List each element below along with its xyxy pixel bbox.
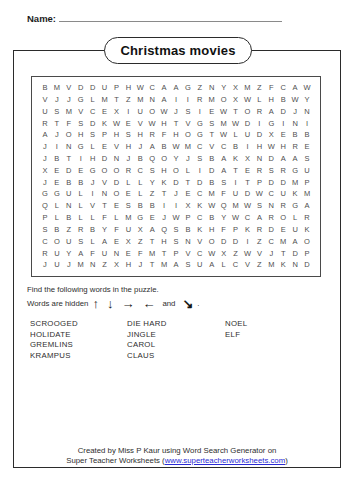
grid-cell: P [182, 212, 194, 224]
grid-cell: W [242, 200, 254, 212]
grid-cell: D [277, 106, 289, 118]
grid-cell: C [194, 212, 206, 224]
worksheet-page: Name: Christmas movies BMVDDUPHWCAAGZNYX… [0, 0, 353, 500]
footer-credit-line: Created by Miss P Kaur using Word Search… [13, 446, 341, 456]
grid-cell: E [110, 236, 122, 248]
grid-cell: W [289, 94, 301, 106]
grid-cell: T [230, 165, 242, 177]
grid-cell: O [158, 153, 170, 165]
grid-cell: T [99, 200, 111, 212]
grid-cell: Q [218, 200, 230, 212]
grid-cell: K [230, 153, 242, 165]
grid-cell: R [39, 247, 51, 259]
grid-cell: X [39, 165, 51, 177]
title-pill: Christmas movies [104, 37, 252, 64]
grid-cell: A [277, 153, 289, 165]
grid-cell: W [253, 188, 265, 200]
grid-cell: W [158, 106, 170, 118]
grid-cell: N [63, 200, 75, 212]
grid-cell: T [206, 129, 218, 141]
grid-cell: E [301, 141, 313, 153]
grid-cell: G [39, 188, 51, 200]
word-list-col-3: NOELELF [225, 320, 247, 341]
grid-cell: S [182, 259, 194, 271]
grid-cell: T [63, 153, 75, 165]
grid-cell: V [63, 82, 75, 94]
arrow-left-icon: ← [142, 297, 155, 310]
grid-cell: B [206, 177, 218, 189]
grid-cell: T [146, 236, 158, 248]
grid-cell: I [194, 106, 206, 118]
grid-cell: R [253, 165, 265, 177]
grid-cell: A [158, 82, 170, 94]
grid-cell: M [134, 94, 146, 106]
grid-cell: S [218, 177, 230, 189]
instructions-period: . [197, 299, 199, 308]
grid-cell: D [301, 259, 313, 271]
grid-cell: O [301, 236, 313, 248]
grid-cell: J [63, 94, 75, 106]
grid-cell: L [230, 129, 242, 141]
grid-cell: N [289, 259, 301, 271]
instructions-line2: Words are hidden ↑ ↓ → ← and ↘ . [27, 296, 200, 311]
grid-cell: O [146, 106, 158, 118]
grid-cell: D [99, 153, 111, 165]
arrow-right-icon: → [121, 297, 134, 310]
grid-cell: C [230, 259, 242, 271]
grid-cell: B [63, 177, 75, 189]
grid-cell: D [265, 224, 277, 236]
grid-cell: I [51, 141, 63, 153]
grid-cell: S [122, 129, 134, 141]
grid-cell: O [110, 188, 122, 200]
website-link[interactable]: www.superteacherworksheets.com [165, 456, 285, 465]
grid-cell: A [289, 236, 301, 248]
grid-cell: U [301, 165, 313, 177]
grid-cell: W [110, 117, 122, 129]
grid-cell: A [301, 200, 313, 212]
grid-cell: M [218, 117, 230, 129]
grid-cell: B [63, 212, 75, 224]
grid-cell: C [265, 236, 277, 248]
grid-cell: L [87, 141, 99, 153]
grid-cell: A [253, 212, 265, 224]
grid-cell: U [63, 236, 75, 248]
grid-cell: V [182, 117, 194, 129]
grid-cell: M [242, 82, 254, 94]
grid-cell: P [99, 129, 111, 141]
grid-cell: H [277, 141, 289, 153]
grid-cell: S [206, 117, 218, 129]
grid-cell: O [242, 106, 254, 118]
page-title: Christmas movies [120, 43, 235, 58]
grid-cell: G [265, 117, 277, 129]
grid-cell: P [170, 247, 182, 259]
word-list-item: CLAUS [127, 352, 167, 360]
grid-cell: G [182, 82, 194, 94]
word-list-item: CAROL [127, 341, 167, 349]
grid-cell: U [134, 106, 146, 118]
grid-cell: H [170, 129, 182, 141]
grid-cell: O [218, 94, 230, 106]
grid-cell: L [253, 94, 265, 106]
grid-cell: I [194, 165, 206, 177]
grid-cell: W [265, 141, 277, 153]
grid-cell: D [206, 165, 218, 177]
grid-cell: R [39, 117, 51, 129]
grid-cell: H [253, 141, 265, 153]
word-list-col-2: DIE HARDJINGLECAROLCLAUS [127, 320, 167, 362]
grid-cell: U [51, 247, 63, 259]
grid-cell: B [75, 177, 87, 189]
grid-cell: H [206, 224, 218, 236]
grid-cell: A [99, 236, 111, 248]
grid-cell: D [63, 165, 75, 177]
grid-cell: N [182, 236, 194, 248]
grid-cell: M [277, 236, 289, 248]
grid-cell: D [87, 117, 99, 129]
grid-cell: I [253, 117, 265, 129]
grid-cell: G [194, 129, 206, 141]
grid-cell: T [51, 117, 63, 129]
grid-cell: D [265, 177, 277, 189]
grid-cell: Z [253, 82, 265, 94]
grid-cell: R [289, 141, 301, 153]
grid-cell: R [122, 165, 134, 177]
grid-cell: W [134, 82, 146, 94]
grid-cell: Z [134, 236, 146, 248]
grid-cell: A [146, 141, 158, 153]
grid-cell: H [87, 153, 99, 165]
grid-cell: G [134, 212, 146, 224]
grid-cell: R [277, 200, 289, 212]
grid-cell: L [51, 212, 63, 224]
grid-cell: J [134, 141, 146, 153]
grid-cell: E [99, 141, 111, 153]
grid-cell: Z [194, 82, 206, 94]
grid-cell: S [265, 165, 277, 177]
grid-cell: W [230, 117, 242, 129]
grid-cell: R [265, 212, 277, 224]
grid-cell: Q [39, 200, 51, 212]
grid-cell: C [277, 82, 289, 94]
grid-cell: A [289, 153, 301, 165]
grid-cell: V [134, 117, 146, 129]
grid-cell: J [87, 177, 99, 189]
grid-cell: U [51, 259, 63, 271]
grid-cell: M [265, 259, 277, 271]
grid-cell: O [99, 165, 111, 177]
grid-cell: E [277, 224, 289, 236]
grid-cell: W [230, 212, 242, 224]
grid-cell: D [110, 177, 122, 189]
grid-cell: C [194, 141, 206, 153]
grid-cell: V [99, 177, 111, 189]
grid-cell: A [75, 247, 87, 259]
grid-cell: G [289, 165, 301, 177]
grid-cell: Q [146, 153, 158, 165]
grid-cell: D [242, 117, 254, 129]
grid-cell: K [194, 200, 206, 212]
grid-cell: X [218, 247, 230, 259]
grid-cell: W [206, 247, 218, 259]
grid-cell: M [146, 247, 158, 259]
grid-cell: U [289, 224, 301, 236]
grid-cell: K [242, 224, 254, 236]
grid-cell: L [134, 177, 146, 189]
grid-cell: U [122, 224, 134, 236]
name-blank-line[interactable] [59, 13, 282, 22]
arrow-down-right-icon: ↘ [182, 297, 193, 310]
word-list-item: ELF [225, 331, 247, 339]
grid-cell: W [242, 94, 254, 106]
grid-cell: H [158, 117, 170, 129]
word-list-item: NOEL [225, 320, 247, 328]
grid-cell: H [134, 129, 146, 141]
grid-cell: J [170, 106, 182, 118]
grid-cell: U [39, 106, 51, 118]
grid-cell: T [146, 259, 158, 271]
grid-cell: H [158, 236, 170, 248]
grid-cell: Y [218, 212, 230, 224]
grid-cell: T [158, 188, 170, 200]
grid-cell: D [289, 247, 301, 259]
grid-cell: I [158, 200, 170, 212]
footer: Created by Miss P Kaur using Word Search… [13, 446, 341, 466]
grid-cell: T [110, 94, 122, 106]
grid-cell: X [230, 82, 242, 94]
grid-cell: J [182, 153, 194, 165]
word-list-item: SCROOGED [30, 320, 78, 328]
grid-cell: C [194, 188, 206, 200]
grid-cell: I [75, 153, 87, 165]
grid-cell: N [301, 106, 313, 118]
grid-cell: J [51, 129, 63, 141]
grid-cell: D [265, 153, 277, 165]
grid-cell: N [87, 259, 99, 271]
grid-cell: O [51, 236, 63, 248]
grid-cell: C [265, 188, 277, 200]
grid-cell: G [289, 200, 301, 212]
grid-cell: A [206, 259, 218, 271]
footer-source-suffix: ) [285, 456, 288, 465]
grid-cell: U [242, 129, 254, 141]
grid-cell: J [39, 153, 51, 165]
grid-cell: X [182, 200, 194, 212]
grid-cell: K [194, 224, 206, 236]
grid-cell: C [194, 247, 206, 259]
grid-cell: Z [253, 259, 265, 271]
grid-cell: M [301, 188, 313, 200]
grid-cell: C [242, 212, 254, 224]
grid-cell: H [75, 129, 87, 141]
grid-cell: Y [218, 82, 230, 94]
grid-cell: D [230, 236, 242, 248]
footer-source-line: Super Teacher Worksheets (www.superteach… [13, 456, 341, 466]
grid-cell: N [63, 141, 75, 153]
grid-cell: X [110, 106, 122, 118]
grid-cell: M [75, 259, 87, 271]
grid-cell: R [75, 224, 87, 236]
grid-cell: Z [122, 94, 134, 106]
grid-cell: X [230, 94, 242, 106]
grid-cell: R [253, 106, 265, 118]
grid-cell: E [122, 188, 134, 200]
grid-cell: E [110, 200, 122, 212]
grid-cell: K [301, 224, 313, 236]
grid-cell: T [230, 106, 242, 118]
grid-cell: P [39, 212, 51, 224]
grid-cell: N [99, 188, 111, 200]
grid-cell: T [158, 247, 170, 259]
grid-cell: Q [158, 224, 170, 236]
grid-cell: O [170, 165, 182, 177]
grid-cell: S [75, 236, 87, 248]
grid-cell: M [51, 82, 63, 94]
grid-cell: K [158, 177, 170, 189]
grid-cell: H [265, 94, 277, 106]
grid-cell: H [122, 259, 134, 271]
word-list-item: HOLIDATE [30, 331, 78, 339]
grid-cell: U [194, 259, 206, 271]
grid-cell: D [253, 129, 265, 141]
grid-cell: B [39, 82, 51, 94]
grid-cell: Y [170, 153, 182, 165]
grid-cell: S [301, 153, 313, 165]
grid-cell: B [158, 141, 170, 153]
grid-cell: W [218, 129, 230, 141]
grid-cell: I [301, 117, 313, 129]
grid-cell: I [242, 141, 254, 153]
grid-cell: J [134, 259, 146, 271]
grid-cell: L [75, 212, 87, 224]
grid-cell: O [182, 129, 194, 141]
grid-cell: F [158, 129, 170, 141]
grid-cell: F [218, 188, 230, 200]
grid-cell: X [122, 236, 134, 248]
grid-cell: A [170, 259, 182, 271]
grid-cell: Y [146, 177, 158, 189]
grid-cell: L [122, 177, 134, 189]
word-search-grid[interactable]: BMVDDUPHWCAAGZNYXMZFCAWVJJGLMTZMNAIIRMOX… [39, 82, 313, 271]
grid-cell: U [63, 188, 75, 200]
grid-cell: P [301, 177, 313, 189]
grid-cell: M [206, 94, 218, 106]
grid-cell: X [110, 259, 122, 271]
grid-cell: S [75, 117, 87, 129]
grid-cell: B [206, 153, 218, 165]
grid-cell: D [87, 82, 99, 94]
grid-cell: W [146, 117, 158, 129]
grid-cell: S [170, 236, 182, 248]
grid-cell: Z [146, 188, 158, 200]
grid-cell: M [63, 106, 75, 118]
grid-cell: L [87, 236, 99, 248]
grid-cell: W [206, 200, 218, 212]
grid-cell: T [242, 177, 254, 189]
grid-cell: N [110, 153, 122, 165]
grid-cell: M [158, 259, 170, 271]
grid-cell: J [39, 259, 51, 271]
name-label: Name: [27, 13, 56, 24]
grid-cell: A [39, 129, 51, 141]
grid-cell: L [75, 188, 87, 200]
grid-cell: B [182, 224, 194, 236]
grid-cell: A [170, 82, 182, 94]
grid-cell: D [218, 236, 230, 248]
grid-cell: Z [253, 236, 265, 248]
grid-cell: B [277, 94, 289, 106]
grid-cell: W [170, 141, 182, 153]
grid-cell: S [170, 224, 182, 236]
grid-cell: F [63, 117, 75, 129]
grid-cell: N [110, 247, 122, 259]
grid-cell: I [182, 94, 194, 106]
grid-cell: L [218, 259, 230, 271]
grid-cell: X [134, 224, 146, 236]
grid-cell: J [51, 94, 63, 106]
instructions-conjunction: and [162, 299, 175, 308]
grid-cell: R [146, 129, 158, 141]
grid-cell: S [146, 165, 158, 177]
grid-cell: C [218, 141, 230, 153]
grid-cell: U [99, 247, 111, 259]
grid-cell: V [182, 247, 194, 259]
grid-cell: B [51, 224, 63, 236]
grid-cell: X [265, 129, 277, 141]
grid-cell: P [253, 177, 265, 189]
grid-cell: F [265, 82, 277, 94]
grid-cell: O [277, 212, 289, 224]
grid-cell: A [289, 82, 301, 94]
grid-cell: U [99, 82, 111, 94]
grid-cell: S [253, 200, 265, 212]
grid-cell: N [289, 117, 301, 129]
grid-cell: J [39, 141, 51, 153]
instructions-line1: Find the following words in the puzzle. [27, 285, 200, 294]
grid-cell: S [87, 129, 99, 141]
grid-cell: B [87, 224, 99, 236]
grid-cell: Z [63, 224, 75, 236]
word-list-col-1: SCROOGEDHOLIDATEGREMLINSKRAMPUS [30, 320, 78, 362]
grid-cell: E [122, 117, 134, 129]
grid-cell: V [110, 141, 122, 153]
grid-cell: G [51, 188, 63, 200]
grid-cell: B [134, 153, 146, 165]
grid-cell: I [230, 177, 242, 189]
grid-cell: X [242, 153, 254, 165]
grid-cell: A [218, 153, 230, 165]
grid-cell: D [194, 177, 206, 189]
grid-cell: F [99, 212, 111, 224]
grid-cell: C [146, 82, 158, 94]
grid-cell: F [87, 247, 99, 259]
grid-cell: G [75, 141, 87, 153]
grid-cell: N [253, 153, 265, 165]
grid-cell: Y [63, 247, 75, 259]
grid-cell: E [182, 188, 194, 200]
grid-cell: T [170, 117, 182, 129]
grid-cell: E [51, 165, 63, 177]
grid-cell: L [87, 212, 99, 224]
grid-cell: J [170, 188, 182, 200]
grid-cell: L [110, 212, 122, 224]
grid-cell: A [158, 94, 170, 106]
grid-cell: K [289, 188, 301, 200]
grid-cell: V [75, 106, 87, 118]
grid-cell: D [75, 82, 87, 94]
grid-cell: E [122, 247, 134, 259]
